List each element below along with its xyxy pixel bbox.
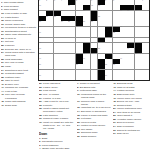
grid-cell[interactable] xyxy=(76,32,83,37)
grid-cell[interactable]: 18 xyxy=(127,11,134,16)
black-square xyxy=(76,54,83,59)
grid-cell[interactable] xyxy=(68,48,75,53)
grid-cell[interactable] xyxy=(46,75,53,80)
grid-cell[interactable] xyxy=(76,5,83,10)
cell-number: 23 xyxy=(39,21,41,23)
cell-number: 46 xyxy=(39,58,41,60)
grid-cell[interactable] xyxy=(113,75,120,80)
clue-number: 10. xyxy=(77,93,80,99)
grid-cell[interactable] xyxy=(46,54,53,59)
cell-number: 18 xyxy=(127,10,129,12)
cell-number: 33 xyxy=(39,37,41,39)
grid-cell[interactable]: 19 xyxy=(135,11,142,16)
cell-number: 2 xyxy=(46,0,47,1)
grid-cell[interactable] xyxy=(113,21,120,26)
grid-cell[interactable] xyxy=(142,75,149,80)
grid-cell[interactable] xyxy=(83,0,90,5)
grid-cell[interactable] xyxy=(54,43,61,48)
clue-item: 65.What a radical might get from bribery… xyxy=(39,107,74,113)
grid-cell[interactable]: 57 xyxy=(105,75,112,80)
cell-number: 45 xyxy=(135,53,137,55)
grid-cell[interactable] xyxy=(46,43,53,48)
grid-cell[interactable] xyxy=(142,54,149,59)
clue-number: 70. xyxy=(39,121,42,130)
grid-cell[interactable] xyxy=(76,70,83,75)
grid-cell[interactable]: 29 xyxy=(76,27,83,32)
grid-cell[interactable] xyxy=(68,70,75,75)
cell-number: 21 xyxy=(54,16,56,18)
grid-cell[interactable] xyxy=(54,21,61,26)
grid-cell[interactable] xyxy=(120,38,127,43)
grid-cell[interactable] xyxy=(120,64,127,69)
grid-cell[interactable] xyxy=(135,16,142,21)
grid-cell[interactable] xyxy=(105,5,112,10)
grid-cell[interactable] xyxy=(142,21,149,26)
cell-number: 55 xyxy=(105,69,107,71)
grid-cell[interactable] xyxy=(54,38,61,43)
grid-cell[interactable] xyxy=(61,38,68,43)
grid-cell[interactable] xyxy=(113,70,120,75)
clue-number: 4. xyxy=(39,147,41,149)
cell-number: 12 xyxy=(91,5,93,7)
grid-cell[interactable] xyxy=(142,43,149,48)
grid-cell[interactable] xyxy=(83,75,90,80)
clue-item: 46.They may precede exchanges xyxy=(1,93,37,99)
clue-number: 67. xyxy=(113,132,116,135)
grid-cell[interactable] xyxy=(135,21,142,26)
clue-number: 27. xyxy=(1,51,4,57)
black-square xyxy=(76,16,83,21)
grid-cell[interactable] xyxy=(91,64,98,69)
down-heading: Down xyxy=(39,132,74,136)
grid-cell[interactable] xyxy=(91,75,98,80)
across-clues-column: 1.Jazz combo staple5.Field measure9.Tach… xyxy=(1,1,37,149)
clue-text: Uniformed pooch of the comics page xyxy=(81,93,111,99)
grid-cell[interactable] xyxy=(127,16,134,21)
clue-text: Sushi wrap xyxy=(5,104,17,107)
grid-cell[interactable]: 24 xyxy=(61,21,68,26)
grid-cell[interactable] xyxy=(135,64,142,69)
grid-cell[interactable] xyxy=(91,27,98,32)
grid-cell[interactable] xyxy=(54,59,61,64)
grid-cell[interactable] xyxy=(91,70,98,75)
clue-item: 49.Sushi wrap xyxy=(1,104,37,107)
clue-number: 11. xyxy=(77,99,80,105)
grid-cell[interactable]: 30 xyxy=(120,27,127,32)
cell-number: 6 xyxy=(91,0,92,1)
grid-cell[interactable]: 20 xyxy=(46,16,53,21)
grid-cell[interactable] xyxy=(68,75,75,80)
cell-number: 24 xyxy=(61,21,63,23)
grid-cell[interactable] xyxy=(127,59,134,64)
grid-cell[interactable] xyxy=(91,32,98,37)
crossword-grid: 1234567891011121314151617181920212223242… xyxy=(38,0,150,81)
grid-cell[interactable] xyxy=(127,32,134,37)
grid-cell[interactable] xyxy=(98,54,105,59)
cell-number: 8 xyxy=(113,0,114,1)
grid-cell[interactable] xyxy=(54,64,61,69)
grid-cell[interactable] xyxy=(83,38,90,43)
grid-cell[interactable] xyxy=(46,64,53,69)
cell-number: 9 xyxy=(142,0,143,1)
clue-text: 'Spider-Man' director Sam xyxy=(42,147,70,149)
cell-number: 17 xyxy=(120,10,122,12)
grid-cell[interactable] xyxy=(54,32,61,37)
grid-cell[interactable] xyxy=(68,64,75,69)
grid-cell[interactable]: 8 xyxy=(113,0,120,5)
grid-cell[interactable] xyxy=(142,70,149,75)
grid-cell[interactable] xyxy=(113,43,120,48)
grid-cell[interactable]: 26 xyxy=(83,21,90,26)
grid-cell[interactable]: 17 xyxy=(120,11,127,16)
cell-number: 22 xyxy=(98,16,100,18)
grid-cell[interactable] xyxy=(61,43,68,48)
grid-cell[interactable] xyxy=(142,16,149,21)
grid-cell[interactable]: 40 xyxy=(127,48,134,53)
grid-cell[interactable] xyxy=(46,48,53,53)
grid-cell[interactable] xyxy=(127,64,134,69)
grid-cell[interactable] xyxy=(135,27,142,32)
clue-text: They may precede exchanges xyxy=(5,93,37,99)
grid-cell[interactable] xyxy=(68,43,75,48)
grid-cell[interactable] xyxy=(127,27,134,32)
grid-cell[interactable] xyxy=(142,27,149,32)
black-square xyxy=(98,75,105,80)
grid-cell[interactable]: 14 xyxy=(61,11,68,16)
clue-item: 30.Salsa scooper xyxy=(77,135,111,138)
grid-cell[interactable]: 12 xyxy=(91,5,98,10)
grid-cell[interactable] xyxy=(120,70,127,75)
grid-cell[interactable] xyxy=(142,38,149,43)
grid-cell[interactable]: 25 xyxy=(68,21,75,26)
cell-number: 28 xyxy=(39,26,41,28)
grid-cell[interactable]: 27 xyxy=(91,21,98,26)
grid-cell[interactable] xyxy=(46,59,53,64)
grid-cell[interactable] xyxy=(142,11,149,16)
grid-cell[interactable] xyxy=(76,48,83,53)
cell-number: 30 xyxy=(120,26,122,28)
grid-cell[interactable] xyxy=(68,27,75,32)
grid-cell[interactable] xyxy=(105,48,112,53)
cell-number: 49 xyxy=(120,58,122,60)
black-square xyxy=(98,70,105,75)
grid-cell[interactable] xyxy=(54,5,61,10)
cell-number: 16 xyxy=(98,10,100,12)
clue-number: 46. xyxy=(1,93,4,99)
grid-cell[interactable] xyxy=(61,75,68,80)
grid-cell[interactable] xyxy=(91,59,98,64)
grid-cell[interactable] xyxy=(135,59,142,64)
grid-cell[interactable]: 39 xyxy=(98,48,105,53)
grid-cell[interactable] xyxy=(54,54,61,59)
cell-number: 13 xyxy=(98,5,100,7)
grid-cell[interactable]: 3 xyxy=(54,0,61,5)
cell-number: 43 xyxy=(91,53,93,55)
cell-number: 1 xyxy=(39,0,40,1)
black-square xyxy=(105,27,112,32)
cell-number: 51 xyxy=(76,64,78,66)
grid-cell[interactable] xyxy=(113,11,120,16)
grid-cell[interactable]: 43 xyxy=(91,54,98,59)
grid-cell[interactable]: 10 xyxy=(39,5,46,10)
clue-text: Jeans brand with a question mark logo xyxy=(5,51,37,57)
grid-cell[interactable] xyxy=(127,54,134,59)
cell-number: 10 xyxy=(39,5,41,7)
cell-number: 7 xyxy=(105,0,106,1)
cell-number: 44 xyxy=(113,53,115,55)
grid-cell[interactable] xyxy=(142,32,149,37)
down-clues-column-middle: 7.Crown of Crescent8.Big Board inits.9.L… xyxy=(77,82,111,149)
grid-cell[interactable]: 34 xyxy=(105,38,112,43)
grid-cell[interactable]: 9 xyxy=(142,0,149,5)
cell-number: 50 xyxy=(39,64,41,66)
cell-number: 38 xyxy=(39,48,41,50)
grid-cell[interactable] xyxy=(61,27,68,32)
clue-text: Sign off on xyxy=(117,132,128,135)
grid-cell[interactable] xyxy=(61,64,68,69)
grid-cell[interactable] xyxy=(61,32,68,37)
grid-cell[interactable] xyxy=(46,5,53,10)
cell-number: 56 xyxy=(39,75,41,77)
clue-number: 30. xyxy=(77,135,80,138)
grid-cell[interactable]: 5 xyxy=(76,0,83,5)
grid-cell[interactable]: 21 xyxy=(54,16,61,21)
cell-number: 11 xyxy=(68,5,70,7)
grid-cell[interactable] xyxy=(105,43,112,48)
cell-number: 37 xyxy=(98,42,100,44)
grid-cell[interactable] xyxy=(120,32,127,37)
grid-cell[interactable] xyxy=(120,0,127,5)
grid-cell[interactable] xyxy=(105,11,112,16)
cell-number: 34 xyxy=(105,37,107,39)
cell-number: 5 xyxy=(76,0,77,1)
grid-cell[interactable]: 56 xyxy=(39,75,46,80)
grid-cell[interactable] xyxy=(83,64,90,69)
grid-cell[interactable]: 49 xyxy=(120,59,127,64)
grid-cell[interactable] xyxy=(135,70,142,75)
cell-number: 32 xyxy=(113,32,115,34)
grid-cell[interactable] xyxy=(105,21,112,26)
grid-cell[interactable] xyxy=(142,64,149,69)
down-clues-column-right: 40.Barracks beds43.Toss-up at bats?44.Fa… xyxy=(113,82,149,149)
grid-cell[interactable] xyxy=(68,11,75,16)
clue-item: 4.'Spider-Man' director Sam xyxy=(39,147,74,149)
grid-cell[interactable] xyxy=(39,11,46,16)
clue-item: 11.Recover from a shave, maybe xyxy=(77,99,111,105)
grid-cell[interactable]: 7 xyxy=(105,0,112,5)
grid-cell[interactable] xyxy=(61,54,68,59)
grid-cell[interactable] xyxy=(46,27,53,32)
grid-cell[interactable]: 2 xyxy=(46,0,53,5)
cell-number: 54 xyxy=(39,69,41,71)
grid-cell[interactable] xyxy=(113,5,120,10)
clue-number: 49. xyxy=(1,104,4,107)
grid-cell[interactable]: 44 xyxy=(113,54,120,59)
grid-cell[interactable] xyxy=(127,75,134,80)
cell-number: 53 xyxy=(113,64,115,66)
grid-cell[interactable] xyxy=(142,59,149,64)
grid-cell[interactable]: 36 xyxy=(91,43,98,48)
grid-cell[interactable] xyxy=(135,32,142,37)
grid-cell[interactable] xyxy=(46,38,53,43)
grid-cell[interactable] xyxy=(76,75,83,80)
grid-cell[interactable] xyxy=(76,11,83,16)
cell-number: 36 xyxy=(91,42,93,44)
cell-number: 48 xyxy=(105,58,107,60)
grid-cell[interactable] xyxy=(54,70,61,75)
grid-cell[interactable] xyxy=(46,70,53,75)
cell-number: 29 xyxy=(76,26,78,28)
black-square xyxy=(98,59,105,64)
clues-column-below-grid-left: 50.Pizza ingredient52.Kisses, briefly53.… xyxy=(39,82,74,149)
grid-cell[interactable] xyxy=(113,16,120,21)
cell-number: 42 xyxy=(83,53,85,55)
grid-cell[interactable] xyxy=(135,0,142,5)
grid-cell[interactable] xyxy=(120,75,127,80)
grid-cell[interactable] xyxy=(127,70,134,75)
grid-cell[interactable] xyxy=(98,32,105,37)
cell-number: 41 xyxy=(39,53,41,55)
grid-cell[interactable] xyxy=(68,38,75,43)
grid-cell[interactable]: 45 xyxy=(135,54,142,59)
grid-cell[interactable] xyxy=(83,32,90,37)
grid-cell[interactable]: 15 xyxy=(83,11,90,16)
cell-number: 57 xyxy=(105,75,107,77)
cell-number: 19 xyxy=(135,10,137,12)
cell-number: 40 xyxy=(127,48,129,50)
grid-cell[interactable] xyxy=(98,21,105,26)
clue-number: 65. xyxy=(39,107,42,113)
grid-cell[interactable] xyxy=(46,21,53,26)
grid-cell[interactable] xyxy=(54,27,61,32)
grid-cell[interactable] xyxy=(142,5,149,10)
black-square xyxy=(98,64,105,69)
cell-number: 20 xyxy=(46,16,48,18)
grid-cell[interactable]: 47 xyxy=(83,59,90,64)
grid-cell[interactable] xyxy=(135,75,142,80)
grid-cell[interactable] xyxy=(127,38,134,43)
cell-number: 14 xyxy=(61,10,63,12)
grid-cell[interactable] xyxy=(127,0,134,5)
grid-cell[interactable]: 32 xyxy=(113,32,120,37)
grid-cell[interactable] xyxy=(61,59,68,64)
grid-cell[interactable] xyxy=(120,16,127,21)
grid-cell[interactable] xyxy=(120,48,127,53)
clue-text: What you might see with the starts of 17… xyxy=(43,121,74,130)
grid-cell[interactable] xyxy=(83,70,90,75)
cell-number: 52 xyxy=(105,64,107,66)
clue-item: 10.Uniformed pooch of the comics page xyxy=(77,93,111,99)
grid-cell[interactable]: 4 xyxy=(61,0,68,5)
cell-number: 15 xyxy=(83,10,85,12)
grid-cell[interactable] xyxy=(76,43,83,48)
grid-cell[interactable] xyxy=(68,59,75,64)
grid-cell[interactable] xyxy=(46,32,53,37)
grid-cell[interactable] xyxy=(54,48,61,53)
clue-item: 70.What you might see with the starts of… xyxy=(39,121,74,130)
grid-cell[interactable] xyxy=(83,27,90,32)
clue-text: What a radical might get from bribery no… xyxy=(43,107,74,113)
grid-cell[interactable]: 11 xyxy=(68,5,75,10)
cell-number: 25 xyxy=(68,21,70,23)
grid-cell[interactable] xyxy=(120,43,127,48)
clue-item: 67.Sign off on xyxy=(113,132,149,135)
grid-cell[interactable] xyxy=(76,38,83,43)
cell-number: 27 xyxy=(91,21,93,23)
grid-cell[interactable]: 53 xyxy=(113,64,120,69)
black-square xyxy=(91,11,98,16)
grid-cell[interactable]: 22 xyxy=(98,16,105,21)
cell-number: 31 xyxy=(39,32,41,34)
cell-number: 35 xyxy=(39,42,41,44)
grid-cell[interactable] xyxy=(113,38,120,43)
cell-number: 4 xyxy=(61,0,62,1)
grid-cell[interactable] xyxy=(142,48,149,53)
black-square xyxy=(83,43,90,48)
black-square xyxy=(135,43,142,48)
cell-number: 39 xyxy=(98,48,100,50)
grid-cell[interactable] xyxy=(105,16,112,21)
grid-cell[interactable] xyxy=(61,48,68,53)
cell-number: 3 xyxy=(54,0,55,1)
cell-number: 47 xyxy=(83,58,85,60)
grid-cell[interactable] xyxy=(135,38,142,43)
grid-cell[interactable] xyxy=(68,54,75,59)
clue-text: Salsa scooper xyxy=(81,135,96,138)
grid-cell[interactable]: 51 xyxy=(76,64,83,69)
grid-cell[interactable] xyxy=(54,75,61,80)
grid-cell[interactable] xyxy=(68,32,75,37)
grid-cell[interactable] xyxy=(127,21,134,26)
clue-item: 27.Jeans brand with a question mark logo xyxy=(1,51,37,57)
clue-text: Recover from a shave, maybe xyxy=(81,99,111,105)
cell-number: 26 xyxy=(83,21,85,23)
grid-cell[interactable] xyxy=(98,27,105,32)
grid-cell[interactable] xyxy=(61,70,68,75)
